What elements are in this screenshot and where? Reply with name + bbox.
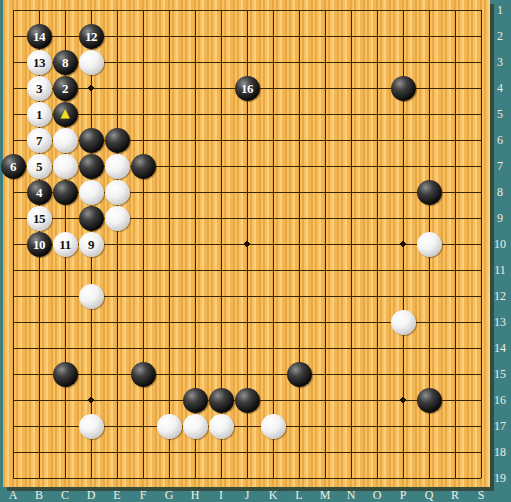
row-label-12: 12 — [494, 289, 506, 304]
row-label-15: 15 — [494, 367, 506, 382]
move-number: 15 — [33, 212, 45, 225]
row-label-2: 2 — [497, 29, 503, 44]
move-number: 5 — [36, 160, 42, 173]
row-label-13: 13 — [494, 315, 506, 330]
move-number: 16 — [241, 82, 253, 95]
row-label-10: 10 — [494, 237, 506, 252]
black-stone-d2[interactable]: 12 — [79, 24, 104, 49]
move-number: 2 — [62, 82, 68, 95]
row-label-7: 7 — [497, 159, 503, 174]
column-label-j: J — [245, 488, 250, 502]
black-stone-p4[interactable] — [391, 76, 416, 101]
column-label-h: H — [191, 488, 200, 502]
black-stone-d6[interactable] — [79, 128, 104, 153]
white-stone-e8[interactable] — [105, 180, 130, 205]
black-stone-f7[interactable] — [131, 154, 156, 179]
black-stone-l15[interactable] — [287, 362, 312, 387]
row-label-6: 6 — [497, 133, 503, 148]
column-label-d: D — [87, 488, 96, 502]
black-stone-b8[interactable]: 4 — [27, 180, 52, 205]
column-label-r: R — [451, 488, 459, 502]
column-label-a: A — [9, 488, 18, 502]
star-point-p10 — [399, 240, 406, 247]
row-label-8: 8 — [497, 185, 503, 200]
column-label-s: S — [478, 488, 485, 502]
black-stone-d7[interactable] — [79, 154, 104, 179]
column-label-i: I — [219, 488, 223, 502]
black-stone-b2[interactable]: 14 — [27, 24, 52, 49]
go-diagram-screen: 141213832161▲76541510119 ABCDEFGHIJKLMNO… — [0, 0, 511, 502]
white-stone-c6[interactable] — [53, 128, 78, 153]
move-number: 3 — [36, 82, 42, 95]
white-stone-b9[interactable]: 15 — [27, 206, 52, 231]
black-stone-c15[interactable] — [53, 362, 78, 387]
black-stone-i16[interactable] — [209, 388, 234, 413]
star-point-d4 — [87, 84, 94, 91]
white-stone-p13[interactable] — [391, 310, 416, 335]
white-stone-d17[interactable] — [79, 414, 104, 439]
black-stone-c4[interactable]: 2 — [53, 76, 78, 101]
move-number: 4 — [36, 186, 42, 199]
white-stone-b5[interactable]: 1 — [27, 102, 52, 127]
white-stone-d8[interactable] — [79, 180, 104, 205]
move-number: 7 — [36, 134, 42, 147]
white-stone-c10[interactable]: 11 — [53, 232, 78, 257]
column-label-o: O — [373, 488, 382, 502]
column-label-c: C — [61, 488, 69, 502]
column-label-q: Q — [425, 488, 434, 502]
row-label-9: 9 — [497, 211, 503, 226]
go-board[interactable]: 141213832161▲76541510119 — [3, 0, 490, 487]
row-label-16: 16 — [494, 393, 506, 408]
move-number: 12 — [85, 30, 97, 43]
black-stone-q8[interactable] — [417, 180, 442, 205]
white-stone-e9[interactable] — [105, 206, 130, 231]
row-label-14: 14 — [494, 341, 506, 356]
star-point-p16 — [399, 396, 406, 403]
white-stone-h17[interactable] — [183, 414, 208, 439]
black-stone-c5[interactable]: ▲ — [53, 102, 78, 127]
column-label-p: P — [400, 488, 407, 502]
column-label-b: B — [35, 488, 43, 502]
column-label-g: G — [165, 488, 174, 502]
black-stone-f15[interactable] — [131, 362, 156, 387]
black-stone-b10[interactable]: 10 — [27, 232, 52, 257]
white-stone-g17[interactable] — [157, 414, 182, 439]
move-number: 11 — [59, 238, 70, 251]
move-number: 10 — [33, 238, 45, 251]
white-stone-d3[interactable] — [79, 50, 104, 75]
black-stone-d9[interactable] — [79, 206, 104, 231]
white-stone-b6[interactable]: 7 — [27, 128, 52, 153]
white-stone-e7[interactable] — [105, 154, 130, 179]
row-label-18: 18 — [494, 445, 506, 460]
white-stone-c7[interactable] — [53, 154, 78, 179]
column-label-f: F — [140, 488, 147, 502]
row-label-1: 1 — [497, 3, 503, 18]
white-stone-d10[interactable]: 9 — [79, 232, 104, 257]
move-number: 1 — [36, 108, 42, 121]
row-label-11: 11 — [494, 263, 506, 278]
black-stone-j16[interactable] — [235, 388, 260, 413]
move-number: 6 — [10, 160, 16, 173]
move-number: 8 — [62, 56, 68, 69]
black-stone-a7[interactable]: 6 — [1, 154, 26, 179]
white-stone-k17[interactable] — [261, 414, 286, 439]
column-label-e: E — [113, 488, 120, 502]
row-label-17: 17 — [494, 419, 506, 434]
black-stone-q16[interactable] — [417, 388, 442, 413]
white-stone-i17[interactable] — [209, 414, 234, 439]
black-stone-h16[interactable] — [183, 388, 208, 413]
black-stone-c3[interactable]: 8 — [53, 50, 78, 75]
move-number: 14 — [33, 30, 45, 43]
white-stone-b3[interactable]: 13 — [27, 50, 52, 75]
move-number: 13 — [33, 56, 45, 69]
black-stone-j4[interactable]: 16 — [235, 76, 260, 101]
row-label-5: 5 — [497, 107, 503, 122]
row-label-4: 4 — [497, 81, 503, 96]
triangle-marker-icon: ▲ — [60, 107, 69, 119]
column-label-l: L — [295, 488, 302, 502]
row-label-19: 19 — [494, 471, 506, 486]
row-label-3: 3 — [497, 55, 503, 70]
star-point-j10 — [243, 240, 250, 247]
move-number: 9 — [88, 238, 94, 251]
white-stone-b4[interactable]: 3 — [27, 76, 52, 101]
black-stone-e6[interactable] — [105, 128, 130, 153]
column-label-m: M — [320, 488, 331, 502]
black-stone-c8[interactable] — [53, 180, 78, 205]
white-stone-d12[interactable] — [79, 284, 104, 309]
column-label-k: K — [269, 488, 278, 502]
star-point-d16 — [87, 396, 94, 403]
column-label-n: N — [347, 488, 356, 502]
white-stone-b7[interactable]: 5 — [27, 154, 52, 179]
white-stone-q10[interactable] — [417, 232, 442, 257]
